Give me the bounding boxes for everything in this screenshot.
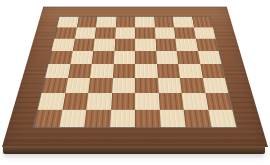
square-c1 (84, 109, 110, 127)
square-g3 (180, 78, 205, 93)
square-b3 (65, 78, 90, 93)
square-h2 (205, 93, 232, 109)
square-c6 (93, 39, 115, 51)
square-g5 (177, 51, 200, 64)
square-f1 (159, 109, 185, 127)
square-d4 (113, 64, 135, 78)
square-a6 (52, 39, 75, 51)
square-c4 (90, 64, 113, 78)
square-c2 (86, 93, 111, 109)
square-b7 (75, 27, 96, 38)
square-g8 (173, 17, 194, 28)
board-frame (2, 6, 268, 147)
square-h7 (193, 27, 215, 38)
square-e2 (135, 93, 159, 109)
square-e1 (135, 109, 160, 127)
square-h4 (200, 64, 225, 78)
square-a5 (48, 51, 72, 64)
square-g7 (174, 27, 195, 38)
square-a1 (34, 109, 62, 127)
square-a4 (45, 64, 70, 78)
square-g4 (178, 64, 202, 78)
square-a3 (42, 78, 68, 93)
square-c3 (88, 78, 112, 93)
square-a8 (57, 17, 78, 28)
photo-background (0, 0, 270, 165)
square-b4 (68, 64, 92, 78)
chess-board (2, 6, 268, 147)
square-a7 (54, 27, 76, 38)
square-h3 (202, 78, 228, 93)
square-c5 (92, 51, 114, 64)
square-f5 (156, 51, 178, 64)
square-f2 (158, 93, 183, 109)
square-d7 (115, 27, 135, 38)
square-b5 (70, 51, 93, 64)
board-grid (33, 16, 238, 128)
square-b6 (72, 39, 94, 51)
square-e7 (135, 27, 155, 38)
square-f7 (154, 27, 175, 38)
square-c7 (95, 27, 116, 38)
square-g1 (184, 109, 211, 127)
square-c8 (96, 17, 116, 28)
square-e6 (135, 39, 156, 51)
board-front-edge (3, 146, 265, 154)
square-a2 (38, 93, 65, 109)
square-d3 (112, 78, 135, 93)
square-e4 (135, 64, 157, 78)
square-d8 (116, 17, 135, 28)
square-f3 (157, 78, 181, 93)
square-f8 (154, 17, 174, 28)
square-e8 (135, 17, 154, 28)
square-f4 (157, 64, 180, 78)
square-h6 (195, 39, 218, 51)
square-e3 (135, 78, 158, 93)
square-g6 (175, 39, 197, 51)
square-d6 (114, 39, 135, 51)
square-d5 (113, 51, 135, 64)
square-d1 (110, 109, 135, 127)
square-b8 (77, 17, 98, 28)
square-d2 (111, 93, 135, 109)
square-e5 (135, 51, 157, 64)
square-f6 (155, 39, 177, 51)
square-g2 (182, 93, 208, 109)
square-h5 (198, 51, 222, 64)
square-b2 (62, 93, 88, 109)
square-h1 (208, 109, 236, 127)
square-b1 (59, 109, 86, 127)
square-h8 (192, 17, 213, 28)
